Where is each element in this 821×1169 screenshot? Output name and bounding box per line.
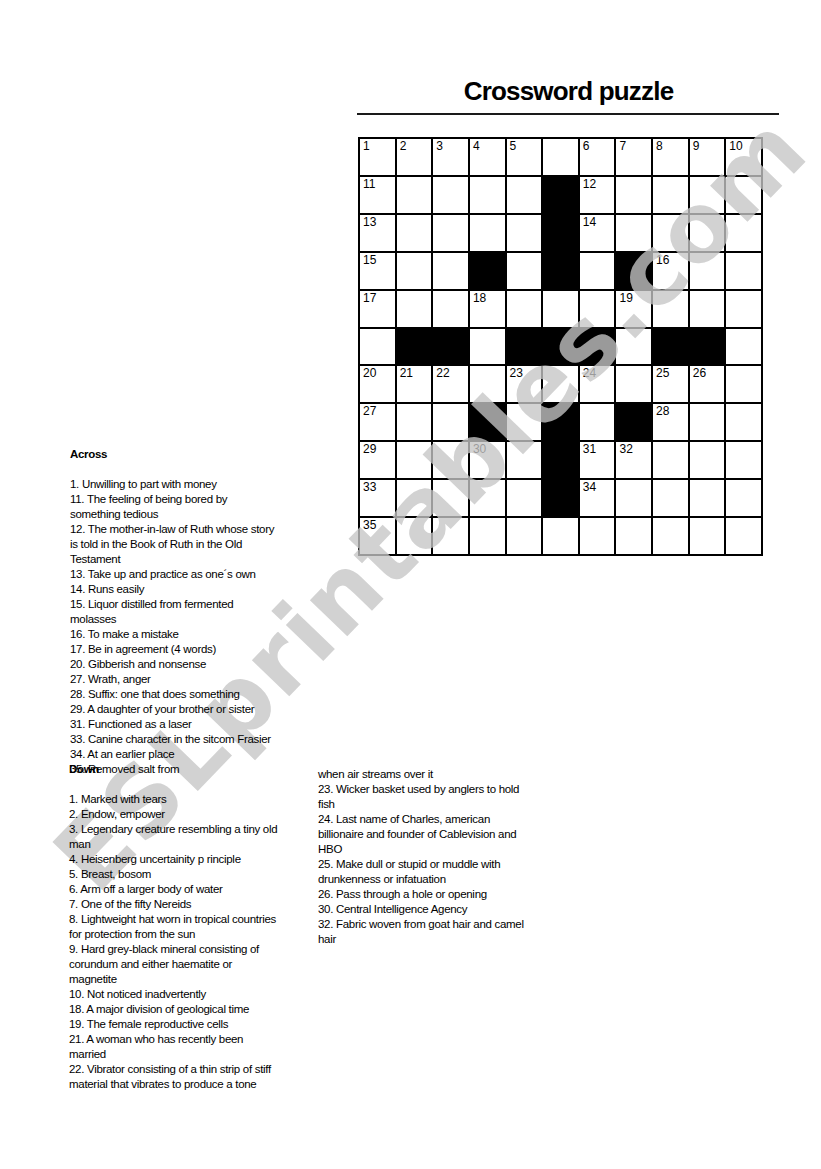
block-cell-r6c9 bbox=[653, 329, 688, 365]
clue-number-31: 31 bbox=[583, 443, 596, 456]
clue-number-19: 19 bbox=[619, 292, 632, 305]
letter-cell-r9c2[interactable] bbox=[397, 442, 432, 478]
letter-cell-r9c1[interactable]: 29 bbox=[360, 442, 395, 478]
clue-number-34: 34 bbox=[583, 481, 596, 494]
block-cell-r4c8 bbox=[616, 253, 651, 289]
block-cell-r8c4 bbox=[470, 404, 505, 440]
letter-cell-r1c8[interactable]: 7 bbox=[616, 139, 651, 175]
page-title: Crossword puzzle bbox=[358, 76, 779, 107]
down-heading: Down bbox=[69, 762, 359, 777]
letter-cell-r4c2[interactable] bbox=[397, 253, 432, 289]
block-cell-r6c10 bbox=[690, 329, 725, 365]
block-cell-r6c7 bbox=[580, 329, 615, 365]
block-cell-r8c8 bbox=[616, 404, 651, 440]
letter-cell-r2c9[interactable] bbox=[653, 177, 688, 213]
letter-cell-r5c5[interactable] bbox=[507, 291, 542, 327]
across-clue-lines: 1. Unwilling to part with money 11. The … bbox=[70, 477, 350, 777]
block-cell-r2c6 bbox=[543, 177, 578, 213]
letter-cell-r3c10[interactable] bbox=[690, 215, 725, 251]
letter-cell-r11c8[interactable] bbox=[616, 518, 651, 554]
clue-number-20: 20 bbox=[363, 367, 376, 380]
letter-cell-r10c10[interactable] bbox=[690, 480, 725, 516]
clue-number-2: 2 bbox=[400, 140, 407, 153]
letter-cell-r9c3[interactable] bbox=[433, 442, 468, 478]
worksheet-page: ESLprintables.com Crossword puzzle 12345… bbox=[0, 0, 821, 1169]
letter-cell-r7c2[interactable]: 21 bbox=[397, 366, 432, 402]
clue-number-4: 4 bbox=[473, 140, 480, 153]
letter-cell-r10c3[interactable] bbox=[433, 480, 468, 516]
letter-cell-r11c2[interactable] bbox=[397, 518, 432, 554]
letter-cell-r1c2[interactable]: 2 bbox=[397, 139, 432, 175]
letter-cell-r8c10[interactable] bbox=[690, 404, 725, 440]
letter-cell-r7c9[interactable]: 25 bbox=[653, 366, 688, 402]
letter-cell-r4c9[interactable]: 16 bbox=[653, 253, 688, 289]
letter-cell-r7c5[interactable]: 23 bbox=[507, 366, 542, 402]
clue-number-11: 11 bbox=[363, 178, 375, 191]
letter-cell-r6c1[interactable] bbox=[360, 329, 395, 365]
clue-number-9: 9 bbox=[693, 140, 700, 153]
letter-cell-r6c8[interactable] bbox=[616, 329, 651, 365]
letter-cell-r11c11[interactable] bbox=[726, 518, 761, 554]
letter-cell-r5c7[interactable] bbox=[580, 291, 615, 327]
letter-cell-r1c3[interactable]: 3 bbox=[433, 139, 468, 175]
letter-cell-r8c3[interactable] bbox=[433, 404, 468, 440]
clue-number-7: 7 bbox=[619, 140, 626, 153]
letter-cell-r9c8[interactable]: 32 bbox=[616, 442, 651, 478]
letter-cell-r4c3[interactable] bbox=[433, 253, 468, 289]
letter-cell-r10c11[interactable] bbox=[726, 480, 761, 516]
clue-number-6: 6 bbox=[583, 140, 590, 153]
clue-number-13: 13 bbox=[363, 216, 376, 229]
letter-cell-r5c4[interactable]: 18 bbox=[470, 291, 505, 327]
letter-cell-r10c9[interactable] bbox=[653, 480, 688, 516]
letter-cell-r5c8[interactable]: 19 bbox=[616, 291, 651, 327]
letter-cell-r2c5[interactable] bbox=[507, 177, 542, 213]
letter-cell-r5c10[interactable] bbox=[690, 291, 725, 327]
letter-cell-r3c11[interactable] bbox=[726, 215, 761, 251]
block-cell-r6c3 bbox=[433, 329, 468, 365]
block-cell-r4c4 bbox=[470, 253, 505, 289]
clue-number-15: 15 bbox=[363, 254, 376, 267]
clue-number-14: 14 bbox=[583, 216, 596, 229]
clue-number-10: 10 bbox=[729, 140, 742, 153]
clue-number-21: 21 bbox=[400, 367, 413, 380]
letter-cell-r9c11[interactable] bbox=[726, 442, 761, 478]
clue-number-22: 22 bbox=[436, 367, 449, 380]
letter-cell-r5c3[interactable] bbox=[433, 291, 468, 327]
clue-number-32: 32 bbox=[619, 443, 632, 456]
letter-cell-r1c1[interactable]: 1 bbox=[360, 139, 395, 175]
letter-cell-r2c3[interactable] bbox=[433, 177, 468, 213]
clue-number-27: 27 bbox=[363, 405, 376, 418]
letter-cell-r7c6[interactable] bbox=[543, 366, 578, 402]
letter-cell-r4c1[interactable]: 15 bbox=[360, 253, 395, 289]
letter-cell-r3c5[interactable] bbox=[507, 215, 542, 251]
letter-cell-r1c5[interactable]: 5 bbox=[507, 139, 542, 175]
letter-cell-r8c2[interactable] bbox=[397, 404, 432, 440]
letter-cell-r11c9[interactable] bbox=[653, 518, 688, 554]
letter-cell-r3c7[interactable]: 14 bbox=[580, 215, 615, 251]
clue-number-3: 3 bbox=[436, 140, 443, 153]
letter-cell-r7c4[interactable] bbox=[470, 366, 505, 402]
clue-number-35: 35 bbox=[363, 519, 376, 532]
clue-number-33: 33 bbox=[363, 481, 376, 494]
letter-cell-r11c6[interactable] bbox=[543, 518, 578, 554]
letter-cell-r6c11[interactable] bbox=[726, 329, 761, 365]
letter-cell-r2c4[interactable] bbox=[470, 177, 505, 213]
across-clues-section: Across 1. Unwilling to part with money 1… bbox=[70, 432, 350, 792]
letter-cell-r9c5[interactable] bbox=[507, 442, 542, 478]
letter-cell-r10c2[interactable] bbox=[397, 480, 432, 516]
letter-cell-r8c5[interactable] bbox=[507, 404, 542, 440]
crossword-grid: 1234567891011121314151617181920212223242… bbox=[358, 137, 763, 556]
letter-cell-r7c7[interactable]: 24 bbox=[580, 366, 615, 402]
block-cell-r9c6 bbox=[543, 442, 578, 478]
clue-number-23: 23 bbox=[510, 367, 523, 380]
letter-cell-r1c4[interactable]: 4 bbox=[470, 139, 505, 175]
letter-cell-r3c4[interactable] bbox=[470, 215, 505, 251]
letter-cell-r7c8[interactable] bbox=[616, 366, 651, 402]
down-clues-column-2: when air streams over it 23. Wicker bask… bbox=[318, 752, 648, 962]
letter-cell-r10c8[interactable] bbox=[616, 480, 651, 516]
letter-cell-r2c1[interactable]: 11 bbox=[360, 177, 395, 213]
letter-cell-r1c6[interactable] bbox=[543, 139, 578, 175]
clue-number-8: 8 bbox=[656, 140, 663, 153]
block-cell-r6c6 bbox=[543, 329, 578, 365]
clue-number-12: 12 bbox=[583, 178, 596, 191]
letter-cell-r7c1[interactable]: 20 bbox=[360, 366, 395, 402]
block-cell-r6c2 bbox=[397, 329, 432, 365]
clue-number-17: 17 bbox=[363, 292, 376, 305]
clue-number-5: 5 bbox=[510, 140, 517, 153]
clue-number-25: 25 bbox=[656, 367, 669, 380]
letter-cell-r11c7[interactable] bbox=[580, 518, 615, 554]
letter-cell-r5c1[interactable]: 17 bbox=[360, 291, 395, 327]
clue-number-16: 16 bbox=[656, 254, 669, 267]
letter-cell-r2c7[interactable]: 12 bbox=[580, 177, 615, 213]
letter-cell-r5c9[interactable] bbox=[653, 291, 688, 327]
clue-number-30: 30 bbox=[473, 443, 486, 456]
letter-cell-r11c10[interactable] bbox=[690, 518, 725, 554]
letter-cell-r7c11[interactable] bbox=[726, 366, 761, 402]
letter-cell-r11c5[interactable] bbox=[507, 518, 542, 554]
letter-cell-r2c11[interactable] bbox=[726, 177, 761, 213]
letter-cell-r3c3[interactable] bbox=[433, 215, 468, 251]
letter-cell-r5c2[interactable] bbox=[397, 291, 432, 327]
letter-cell-r8c7[interactable] bbox=[580, 404, 615, 440]
clue-number-29: 29 bbox=[363, 443, 376, 456]
letter-cell-r2c10[interactable] bbox=[690, 177, 725, 213]
letter-cell-r10c7[interactable]: 34 bbox=[580, 480, 615, 516]
letter-cell-r9c10[interactable] bbox=[690, 442, 725, 478]
letter-cell-r1c7[interactable]: 6 bbox=[580, 139, 615, 175]
clue-number-28: 28 bbox=[656, 405, 669, 418]
letter-cell-r5c11[interactable] bbox=[726, 291, 761, 327]
letter-cell-r11c3[interactable] bbox=[433, 518, 468, 554]
letter-cell-r9c4[interactable]: 30 bbox=[470, 442, 505, 478]
letter-cell-r3c1[interactable]: 13 bbox=[360, 215, 395, 251]
across-heading: Across bbox=[70, 447, 350, 462]
letter-cell-r4c11[interactable] bbox=[726, 253, 761, 289]
letter-cell-r8c1[interactable]: 27 bbox=[360, 404, 395, 440]
letter-cell-r6c4[interactable] bbox=[470, 329, 505, 365]
down-clues-column-1: Down 1. Marked with tears 2. Endow, empo… bbox=[69, 747, 359, 1107]
clue-number-1: 1 bbox=[363, 140, 370, 153]
letter-cell-r11c4[interactable] bbox=[470, 518, 505, 554]
block-cell-r4c6 bbox=[543, 253, 578, 289]
block-cell-r8c6 bbox=[543, 404, 578, 440]
letter-cell-r10c1[interactable]: 33 bbox=[360, 480, 395, 516]
letter-cell-r5c6[interactable] bbox=[543, 291, 578, 327]
letter-cell-r3c8[interactable] bbox=[616, 215, 651, 251]
letter-cell-r4c5[interactable] bbox=[507, 253, 542, 289]
letter-cell-r7c10[interactable]: 26 bbox=[690, 366, 725, 402]
letter-cell-r8c11[interactable] bbox=[726, 404, 761, 440]
letter-cell-r8c9[interactable]: 28 bbox=[653, 404, 688, 440]
letter-cell-r9c9[interactable] bbox=[653, 442, 688, 478]
letter-cell-r4c7[interactable] bbox=[580, 253, 615, 289]
clue-number-24: 24 bbox=[583, 367, 596, 380]
letter-cell-r7c3[interactable]: 22 bbox=[433, 366, 468, 402]
block-cell-r3c6 bbox=[543, 215, 578, 251]
block-cell-r6c5 bbox=[507, 329, 542, 365]
letter-cell-r3c2[interactable] bbox=[397, 215, 432, 251]
title-underline bbox=[357, 113, 779, 115]
letter-cell-r10c4[interactable] bbox=[470, 480, 505, 516]
letter-cell-r2c2[interactable] bbox=[397, 177, 432, 213]
clue-number-18: 18 bbox=[473, 292, 486, 305]
letter-cell-r3c9[interactable] bbox=[653, 215, 688, 251]
letter-cell-r1c11[interactable]: 10 bbox=[726, 139, 761, 175]
letter-cell-r11c1[interactable]: 35 bbox=[360, 518, 395, 554]
letter-cell-r4c10[interactable] bbox=[690, 253, 725, 289]
clue-number-26: 26 bbox=[693, 367, 706, 380]
letter-cell-r1c9[interactable]: 8 bbox=[653, 139, 688, 175]
letter-cell-r2c8[interactable] bbox=[616, 177, 651, 213]
block-cell-r10c6 bbox=[543, 480, 578, 516]
letter-cell-r9c7[interactable]: 31 bbox=[580, 442, 615, 478]
letter-cell-r10c5[interactable] bbox=[507, 480, 542, 516]
down-clue-lines-col1: 1. Marked with tears 2. Endow, empower 3… bbox=[69, 792, 359, 1092]
down-clue-lines-col2: when air streams over it 23. Wicker bask… bbox=[318, 767, 648, 947]
letter-cell-r1c10[interactable]: 9 bbox=[690, 139, 725, 175]
